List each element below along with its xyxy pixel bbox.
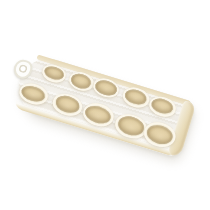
- hanging-tab: [12, 58, 35, 81]
- mancala-tray-board: [11, 52, 196, 159]
- pit-cavity: [94, 78, 118, 97]
- product-photo: [0, 0, 210, 210]
- pit-cavity: [69, 72, 93, 91]
- pit-cavity: [54, 93, 82, 115]
- pit-cavity: [116, 114, 146, 138]
- hanging-tab-hole-icon: [18, 64, 28, 74]
